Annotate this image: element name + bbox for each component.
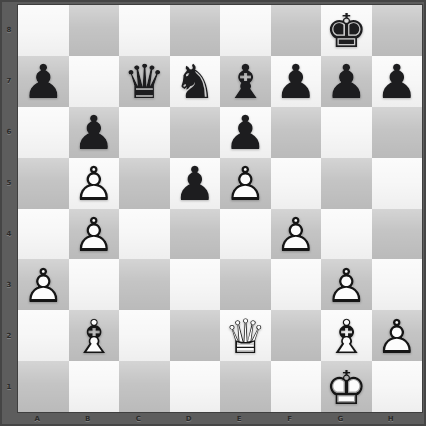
white-bishop-icon: ♗ bbox=[325, 312, 367, 359]
piece-black-pawn[interactable]: ♟♟ bbox=[69, 107, 120, 158]
white-pawn-icon: ♙ bbox=[73, 210, 115, 257]
square-b5[interactable]: ♟♙ bbox=[69, 158, 120, 209]
rank-label-6: 6 bbox=[0, 107, 18, 158]
file-label-f: F bbox=[265, 412, 316, 426]
piece-white-pawn[interactable]: ♟♙ bbox=[69, 158, 120, 209]
square-c7[interactable]: ♛♛ bbox=[119, 56, 170, 107]
square-a5[interactable] bbox=[18, 158, 69, 209]
square-h1[interactable] bbox=[372, 361, 423, 412]
white-king-icon: ♔ bbox=[325, 363, 367, 410]
square-d7[interactable]: ♞♞ bbox=[170, 56, 221, 107]
white-pawn-icon: ♙ bbox=[224, 160, 266, 207]
piece-white-king[interactable]: ♚♔ bbox=[321, 361, 372, 412]
rank-label-1: 1 bbox=[0, 361, 18, 412]
black-pawn-icon: ♟ bbox=[275, 58, 317, 105]
piece-white-pawn[interactable]: ♟♙ bbox=[271, 209, 322, 260]
piece-white-pawn[interactable]: ♟♙ bbox=[372, 310, 423, 361]
square-h7[interactable]: ♟♟ bbox=[372, 56, 423, 107]
square-g3[interactable]: ♟♙ bbox=[321, 259, 372, 310]
white-bishop-icon: ♗ bbox=[73, 312, 115, 359]
square-h2[interactable]: ♟♙ bbox=[372, 310, 423, 361]
square-d1[interactable] bbox=[170, 361, 221, 412]
square-d4[interactable] bbox=[170, 209, 221, 260]
piece-black-pawn[interactable]: ♟♟ bbox=[18, 56, 69, 107]
white-pawn-icon: ♙ bbox=[73, 160, 115, 207]
piece-black-pawn[interactable]: ♟♟ bbox=[271, 56, 322, 107]
black-pawn-icon: ♟ bbox=[224, 109, 266, 156]
square-d8[interactable] bbox=[170, 5, 221, 56]
piece-black-knight[interactable]: ♞♞ bbox=[170, 56, 221, 107]
black-pawn-icon: ♟ bbox=[174, 160, 216, 207]
square-e1[interactable] bbox=[220, 361, 271, 412]
piece-white-pawn[interactable]: ♟♙ bbox=[220, 158, 271, 209]
square-f3[interactable] bbox=[271, 259, 322, 310]
square-f5[interactable] bbox=[271, 158, 322, 209]
piece-black-bishop[interactable]: ♝♝ bbox=[220, 56, 271, 107]
square-a3[interactable]: ♟♙ bbox=[18, 259, 69, 310]
square-g2[interactable]: ♝♗ bbox=[321, 310, 372, 361]
white-pawn-icon: ♙ bbox=[376, 312, 418, 359]
piece-white-pawn[interactable]: ♟♙ bbox=[321, 259, 372, 310]
rank-label-8: 8 bbox=[0, 5, 18, 56]
square-g7[interactable]: ♟♟ bbox=[321, 56, 372, 107]
file-label-c: C bbox=[113, 412, 164, 426]
square-h4[interactable] bbox=[372, 209, 423, 260]
black-pawn-icon: ♟ bbox=[325, 58, 367, 105]
square-h3[interactable] bbox=[372, 259, 423, 310]
square-g6[interactable] bbox=[321, 107, 372, 158]
square-e5[interactable]: ♟♙ bbox=[220, 158, 271, 209]
piece-white-pawn[interactable]: ♟♙ bbox=[69, 209, 120, 260]
square-c2[interactable] bbox=[119, 310, 170, 361]
square-d5[interactable]: ♟♟ bbox=[170, 158, 221, 209]
piece-black-pawn[interactable]: ♟♟ bbox=[372, 56, 423, 107]
square-e4[interactable] bbox=[220, 209, 271, 260]
square-d3[interactable] bbox=[170, 259, 221, 310]
square-c3[interactable] bbox=[119, 259, 170, 310]
square-c4[interactable] bbox=[119, 209, 170, 260]
square-b4[interactable]: ♟♙ bbox=[69, 209, 120, 260]
square-b3[interactable] bbox=[69, 259, 120, 310]
white-pawn-icon: ♙ bbox=[325, 261, 367, 308]
square-c8[interactable] bbox=[119, 5, 170, 56]
square-c5[interactable] bbox=[119, 158, 170, 209]
piece-black-queen[interactable]: ♛♛ bbox=[119, 56, 170, 107]
square-b8[interactable] bbox=[69, 5, 120, 56]
square-d2[interactable] bbox=[170, 310, 221, 361]
square-c6[interactable] bbox=[119, 107, 170, 158]
black-bishop-icon: ♝ bbox=[224, 58, 266, 105]
rank-label-4: 4 bbox=[0, 209, 18, 260]
file-label-a: A bbox=[12, 412, 63, 426]
square-g1[interactable]: ♚♔ bbox=[321, 361, 372, 412]
white-pawn-icon: ♙ bbox=[22, 261, 64, 308]
file-labels: ABCDEFGH bbox=[18, 412, 422, 426]
chess-board: ♚♚♟♟♛♛♞♞♝♝♟♟♟♟♟♟♟♟♟♟♟♙♟♟♟♙♟♙♟♙♟♙♟♙♝♗♛♕♝♗… bbox=[18, 5, 422, 412]
square-e6[interactable]: ♟♟ bbox=[220, 107, 271, 158]
square-f8[interactable] bbox=[271, 5, 322, 56]
piece-white-bishop[interactable]: ♝♗ bbox=[321, 310, 372, 361]
square-f2[interactable] bbox=[271, 310, 322, 361]
square-a7[interactable]: ♟♟ bbox=[18, 56, 69, 107]
black-queen-icon: ♛ bbox=[123, 58, 165, 105]
square-f7[interactable]: ♟♟ bbox=[271, 56, 322, 107]
square-h6[interactable] bbox=[372, 107, 423, 158]
file-label-h: H bbox=[366, 412, 417, 426]
piece-white-bishop[interactable]: ♝♗ bbox=[69, 310, 120, 361]
file-label-e: E bbox=[214, 412, 265, 426]
piece-black-pawn[interactable]: ♟♟ bbox=[220, 107, 271, 158]
square-a8[interactable] bbox=[18, 5, 69, 56]
square-h8[interactable] bbox=[372, 5, 423, 56]
black-knight-icon: ♞ bbox=[174, 58, 216, 105]
white-queen-icon: ♕ bbox=[224, 312, 266, 359]
square-b6[interactable]: ♟♟ bbox=[69, 107, 120, 158]
piece-black-king[interactable]: ♚♚ bbox=[321, 5, 372, 56]
square-e8[interactable] bbox=[220, 5, 271, 56]
black-pawn-icon: ♟ bbox=[73, 109, 115, 156]
square-g8[interactable]: ♚♚ bbox=[321, 5, 372, 56]
white-pawn-icon: ♙ bbox=[275, 210, 317, 257]
square-b7[interactable] bbox=[69, 56, 120, 107]
square-f6[interactable] bbox=[271, 107, 322, 158]
rank-label-7: 7 bbox=[0, 56, 18, 107]
piece-white-pawn[interactable]: ♟♙ bbox=[18, 259, 69, 310]
square-a2[interactable] bbox=[18, 310, 69, 361]
piece-white-queen[interactable]: ♛♕ bbox=[220, 310, 271, 361]
square-d6[interactable] bbox=[170, 107, 221, 158]
square-g4[interactable] bbox=[321, 209, 372, 260]
black-king-icon: ♚ bbox=[325, 7, 367, 54]
square-c1[interactable] bbox=[119, 361, 170, 412]
file-label-b: B bbox=[63, 412, 114, 426]
square-a4[interactable] bbox=[18, 209, 69, 260]
piece-black-pawn[interactable]: ♟♟ bbox=[321, 56, 372, 107]
square-f4[interactable]: ♟♙ bbox=[271, 209, 322, 260]
square-f1[interactable] bbox=[271, 361, 322, 412]
file-label-d: D bbox=[164, 412, 215, 426]
rank-label-2: 2 bbox=[0, 310, 18, 361]
square-a1[interactable] bbox=[18, 361, 69, 412]
rank-label-3: 3 bbox=[0, 259, 18, 310]
rank-label-5: 5 bbox=[0, 158, 18, 209]
rank-labels: 87654321 bbox=[0, 5, 18, 412]
black-pawn-icon: ♟ bbox=[22, 58, 64, 105]
piece-black-pawn[interactable]: ♟♟ bbox=[170, 158, 221, 209]
file-label-g: G bbox=[315, 412, 366, 426]
square-e3[interactable] bbox=[220, 259, 271, 310]
square-e7[interactable]: ♝♝ bbox=[220, 56, 271, 107]
square-b2[interactable]: ♝♗ bbox=[69, 310, 120, 361]
square-g5[interactable] bbox=[321, 158, 372, 209]
square-b1[interactable] bbox=[69, 361, 120, 412]
black-pawn-icon: ♟ bbox=[376, 58, 418, 105]
chess-board-frame: 87654321 ♚♚♟♟♛♛♞♞♝♝♟♟♟♟♟♟♟♟♟♟♟♙♟♟♟♙♟♙♟♙♟… bbox=[0, 0, 426, 426]
square-a6[interactable] bbox=[18, 107, 69, 158]
square-h5[interactable] bbox=[372, 158, 423, 209]
square-e2[interactable]: ♛♕ bbox=[220, 310, 271, 361]
